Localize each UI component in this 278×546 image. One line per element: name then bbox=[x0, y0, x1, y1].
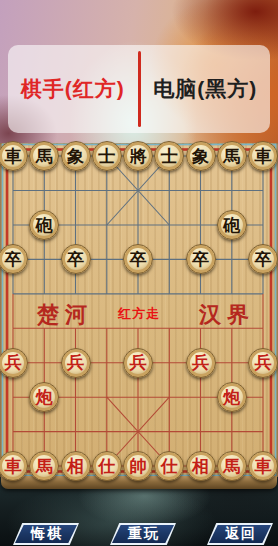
piece-red-chariot[interactable]: 車 bbox=[248, 451, 278, 481]
river-label-right: 汉界 bbox=[184, 300, 264, 330]
piece-red-advisor[interactable]: 仕 bbox=[92, 451, 122, 481]
turn-indicator: 红方走 bbox=[104, 305, 174, 323]
piece-red-soldier[interactable]: 兵 bbox=[61, 348, 91, 378]
river-label-left: 楚河 bbox=[22, 300, 102, 330]
piece-red-soldier[interactable]: 兵 bbox=[186, 348, 216, 378]
piece-black-horse[interactable]: 馬 bbox=[217, 141, 247, 171]
piece-black-soldier[interactable]: 卒 bbox=[61, 244, 91, 274]
back-button[interactable]: 返回 bbox=[207, 523, 273, 545]
undo-button[interactable]: 悔棋 bbox=[13, 523, 79, 545]
black-player-label: 电脑(黑方) bbox=[141, 75, 271, 103]
red-player-label: 棋手(红方) bbox=[8, 75, 138, 103]
piece-black-elephant[interactable]: 象 bbox=[186, 141, 216, 171]
piece-red-elephant[interactable]: 相 bbox=[186, 451, 216, 481]
piece-black-cannon[interactable]: 砲 bbox=[217, 210, 247, 240]
piece-red-general[interactable]: 帥 bbox=[123, 451, 153, 481]
back-button-label: 返回 bbox=[223, 525, 257, 543]
piece-red-soldier[interactable]: 兵 bbox=[123, 348, 153, 378]
player-panel: 棋手(红方) 电脑(黑方) bbox=[8, 45, 270, 133]
piece-black-elephant[interactable]: 象 bbox=[61, 141, 91, 171]
piece-red-elephant[interactable]: 相 bbox=[61, 451, 91, 481]
app-screen: 棋手(红方) 电脑(黑方) 楚河 汉界 红方走 車馬象士將士象馬車砲砲卒卒卒卒卒… bbox=[0, 0, 278, 546]
piece-red-soldier[interactable]: 兵 bbox=[0, 348, 28, 378]
xiangqi-board[interactable]: 楚河 汉界 红方走 bbox=[0, 143, 278, 477]
restart-button-label: 重玩 bbox=[126, 525, 160, 543]
piece-red-soldier[interactable]: 兵 bbox=[248, 348, 278, 378]
piece-black-chariot[interactable]: 車 bbox=[248, 141, 278, 171]
piece-red-horse[interactable]: 馬 bbox=[217, 451, 247, 481]
piece-red-cannon[interactable]: 炮 bbox=[217, 382, 247, 412]
piece-black-soldier[interactable]: 卒 bbox=[186, 244, 216, 274]
restart-button[interactable]: 重玩 bbox=[110, 523, 176, 545]
undo-button-label: 悔棋 bbox=[29, 525, 63, 543]
piece-black-advisor[interactable]: 士 bbox=[92, 141, 122, 171]
piece-black-general[interactable]: 將 bbox=[123, 141, 153, 171]
